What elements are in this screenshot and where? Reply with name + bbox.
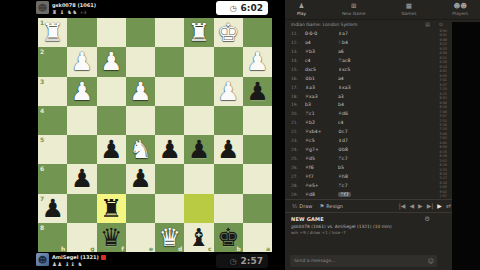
move-row: 26.♕f6b56:283:33	[285, 163, 452, 172]
move-black[interactable]: ♕d6	[338, 111, 382, 116]
square-g1[interactable]	[67, 18, 96, 47]
move-number: 14.	[285, 58, 305, 63]
message-input[interactable]	[290, 258, 428, 263]
move-clock-times: 8:557:41	[439, 74, 452, 83]
piece-h7[interactable]: ♟	[41, 194, 63, 223]
piece-g6[interactable]: ♟	[71, 164, 93, 193]
square-h6[interactable]: 6	[38, 164, 67, 193]
rating-stakes-text: win +9 / draw +1 / lose -7	[291, 230, 346, 235]
square-d5[interactable]: ♟	[155, 135, 184, 164]
square-f8[interactable]: ♛f	[97, 223, 126, 252]
move-white[interactable]: ♕e5+	[305, 183, 338, 188]
bottom-player-name[interactable]: AmiSegel (1321)	[52, 254, 106, 260]
file-label: e	[149, 245, 153, 252]
emoji-icon[interactable]: ☺	[428, 258, 437, 264]
flag-icon: ⚑	[319, 203, 324, 209]
square-f4[interactable]	[97, 106, 126, 135]
square-e4[interactable]	[126, 106, 155, 135]
square-c4[interactable]	[184, 106, 213, 135]
move-number: 18.	[285, 94, 305, 99]
square-c8[interactable]: ♝c	[184, 223, 213, 252]
square-f5[interactable]: ♟	[97, 135, 126, 164]
square-g5[interactable]	[67, 135, 96, 164]
rank-label: 8	[40, 224, 44, 231]
square-f3[interactable]	[97, 77, 126, 106]
move-clock-times: 9:108:02	[439, 65, 452, 74]
rank-label: 1	[40, 19, 44, 26]
move-black[interactable]: b5	[338, 165, 382, 170]
move-white[interactable]: ♕d8	[305, 192, 338, 197]
move-white[interactable]: ♖c1	[305, 111, 338, 116]
new-game-heading: NEW GAME	[291, 216, 324, 222]
bottom-player-avatar[interactable]: ☻	[36, 253, 49, 266]
clock-icon: ◷	[230, 257, 237, 266]
move-number: 17.	[285, 85, 305, 90]
square-c1[interactable]: ♜	[184, 18, 213, 47]
square-a5[interactable]	[243, 135, 272, 164]
move-clock-times: 9:499:12	[439, 38, 452, 47]
square-h7[interactable]: ♟7	[38, 194, 67, 223]
square-h3[interactable]: 3	[38, 77, 67, 106]
piece-e5[interactable]: ♞	[129, 135, 151, 164]
move-clock-times: 7:155:04	[439, 127, 452, 136]
file-label: g	[90, 245, 94, 252]
move-row: 11.0-0-0♗a79:589:41	[285, 29, 452, 38]
square-g3[interactable]: ♟	[67, 77, 96, 106]
piece-f8[interactable]: ♛	[100, 223, 122, 252]
move-black[interactable]: ♖c7	[338, 183, 382, 188]
top-player-avatar[interactable]: ☻	[36, 1, 49, 14]
move-black[interactable]: ♖f7	[338, 192, 382, 197]
square-h1[interactable]: ♜1	[38, 18, 67, 47]
square-c2[interactable]	[184, 47, 213, 76]
piece-d5[interactable]: ♟	[158, 135, 180, 164]
move-row: 21.♕b2c47:315:30	[285, 118, 452, 127]
move-clock-times: 9:589:41	[439, 29, 452, 38]
sidebar-panel: ♟ Play ⊞ New Game ▦ Games ☻☻ Players Ind…	[285, 0, 480, 270]
next-move-button[interactable]: ▶	[418, 203, 423, 209]
bottom-player-bar: ☻ AmiSegel (1321) ♟♟ ♝♝ ♞ ◷ 2:57	[36, 253, 268, 269]
square-c3[interactable]	[184, 77, 213, 106]
move-row: 22.♕xb4+♔c77:155:04	[285, 127, 452, 136]
move-white[interactable]: ♕b2	[305, 120, 338, 125]
move-number: 25.	[285, 156, 305, 161]
move-clock-times: 6:504:15	[439, 145, 452, 154]
square-e2[interactable]	[126, 47, 155, 76]
rank-label: 7	[40, 195, 44, 202]
square-g7[interactable]	[67, 194, 96, 223]
plus-square-icon: ⊞	[351, 3, 356, 10]
piece-a2[interactable]: ♟	[246, 47, 268, 76]
flip-board-button[interactable]: ⇄	[446, 203, 451, 209]
prev-move-button[interactable]: ◀	[409, 203, 414, 209]
material-score: +3	[80, 10, 87, 15]
square-a4[interactable]	[243, 106, 272, 135]
move-row: 28.♕e5+♖c76:103:05	[285, 181, 452, 190]
file-label: c	[208, 245, 212, 252]
square-f6[interactable]	[97, 164, 126, 193]
player-flag-badge	[101, 255, 106, 260]
move-clock-times: 6:393:52	[439, 154, 452, 163]
move-black[interactable]: ♗xc5	[338, 67, 382, 72]
move-black[interactable]: ♖ac8	[338, 58, 382, 63]
file-label: h	[61, 245, 65, 252]
move-clock-times: 7:315:30	[439, 119, 452, 128]
square-g8[interactable]: g	[67, 223, 96, 252]
square-c5[interactable]: ♟	[184, 135, 213, 164]
square-a3[interactable]: ♟	[243, 77, 272, 106]
file-label: f	[121, 245, 124, 252]
tab-new-game[interactable]: ⊞ New Game	[342, 3, 366, 16]
matchup-text: gsk0078 (1061) vs. AmiSegel (1321) (10 m…	[291, 224, 441, 229]
opening-name: Indian Game: London System	[291, 22, 357, 27]
gear-icon[interactable]: ⚙	[424, 215, 430, 223]
square-g2[interactable]: ♟	[67, 47, 96, 76]
move-number: 22.	[285, 129, 305, 134]
move-black[interactable]: a6	[338, 49, 382, 54]
move-white[interactable]: ♔b1	[305, 76, 338, 81]
piece-a3[interactable]: ♟	[246, 77, 268, 106]
square-a1[interactable]	[243, 18, 272, 47]
square-b7[interactable]	[214, 194, 243, 223]
move-black[interactable]: ♖c7	[338, 156, 382, 161]
piece-g2[interactable]: ♟	[71, 47, 93, 76]
move-clock-times: 9:338:54	[439, 47, 452, 56]
piece-f5[interactable]: ♟	[100, 135, 122, 164]
sidebar-tabs: ♟ Play ⊞ New Game ▦ Games ☻☻ Players	[285, 0, 480, 20]
collapse-icon[interactable]: ⊙	[439, 21, 443, 27]
tab-players[interactable]: ☻☻ Players	[452, 3, 468, 16]
top-clock-time: 6:02	[241, 3, 263, 13]
move-number: 21.	[285, 120, 305, 125]
move-white[interactable]: ♗a3	[305, 85, 338, 90]
move-black[interactable]: ♗d7	[338, 138, 382, 143]
bottom-player-clock: ◷ 2:57	[216, 254, 268, 268]
move-black[interactable]: ♗xa3	[338, 85, 382, 90]
move-clock-times: 7:024:41	[439, 136, 452, 145]
move-number: 26.	[285, 165, 305, 170]
avatar-icon: ☻	[38, 255, 47, 265]
piece-b1[interactable]: ♚	[217, 18, 239, 47]
move-white[interactable]: a4	[305, 40, 338, 45]
square-f1[interactable]	[97, 18, 126, 47]
square-d4[interactable]	[155, 106, 184, 135]
move-number: 16.	[285, 76, 305, 81]
move-row: 18.♕xa3a38:216:52	[285, 92, 452, 101]
half-point-icon: ½	[292, 203, 297, 209]
move-row: 25.♕d5♖c76:393:52	[285, 154, 452, 163]
bottom-clock-time: 2:57	[241, 256, 263, 266]
move-number: 12.	[285, 40, 305, 45]
opening-book-icon[interactable]: ▤	[425, 21, 430, 27]
first-move-button[interactable]: |◀	[399, 203, 406, 209]
piece-f7[interactable]: ♜	[100, 194, 122, 223]
clock-icon: ◷	[230, 4, 237, 13]
move-clock-times: 6:022:57	[439, 190, 452, 199]
move-black[interactable]: ♘b4	[338, 40, 382, 45]
square-d1[interactable]	[155, 18, 184, 47]
piece-b3[interactable]: ♟	[217, 77, 239, 106]
move-number: 23.	[285, 138, 305, 143]
move-black[interactable]: ♔c7	[338, 129, 382, 134]
square-b4[interactable]	[214, 106, 243, 135]
piece-c1[interactable]: ♜	[188, 18, 210, 47]
square-a2[interactable]: ♟	[243, 47, 272, 76]
move-white[interactable]: ♕xa3	[305, 94, 338, 99]
square-b2[interactable]	[214, 47, 243, 76]
move-number: 20.	[285, 111, 305, 116]
top-player-name[interactable]: gsk0078 (1061)	[52, 2, 96, 8]
move-black[interactable]: ♔b8	[338, 147, 382, 152]
avatar-icon: ☻	[38, 3, 47, 13]
move-white[interactable]: ♕b3	[305, 49, 338, 54]
file-label: a	[266, 245, 270, 252]
piece-c5[interactable]: ♟	[188, 135, 210, 164]
pawn-icon: ♟	[299, 3, 305, 10]
tab-play[interactable]: ♟ Play	[297, 3, 306, 16]
square-b1[interactable]: ♚	[214, 18, 243, 47]
move-white[interactable]: dxc5	[305, 67, 338, 72]
square-g4[interactable]	[67, 106, 96, 135]
move-black[interactable]: b4	[338, 102, 382, 107]
square-h8[interactable]: 8h	[38, 223, 67, 252]
move-black[interactable]: c4	[338, 120, 382, 125]
move-clock-times: 8:046:20	[439, 101, 452, 110]
square-b6[interactable]	[214, 164, 243, 193]
move-clock-times: 7:485:57	[439, 110, 452, 119]
square-e5[interactable]: ♞	[126, 135, 155, 164]
people-icon: ☻☻	[453, 3, 467, 10]
move-row: 16.♔b1a48:557:41	[285, 74, 452, 83]
move-white[interactable]: b3	[305, 102, 338, 107]
chess-board: ♜1♜♚2♟♟♟3♟♟♟♟45♟♞♟♟♟6♟♟♟7♜8hg♛fe♛d♝c♚ba	[38, 18, 272, 252]
right-letterbox	[452, 22, 480, 270]
bottom-captured-pieces: ♟♟ ♝♝ ♞	[52, 261, 83, 267]
last-move-button[interactable]: ▶|	[427, 203, 434, 209]
square-f2[interactable]: ♟	[97, 47, 126, 76]
square-d3[interactable]	[155, 77, 184, 106]
move-row: 17.♗a3♗xa38:377:15	[285, 83, 452, 92]
move-black[interactable]: a4	[338, 76, 382, 81]
top-player-bar: ☻ gsk0078 (1061) ♜ ♝ ♞♞+3 ◷ 6:02	[36, 1, 268, 17]
move-white[interactable]: ♕f7	[305, 174, 338, 179]
move-white[interactable]: ♕xb4+	[305, 129, 338, 134]
piece-b5[interactable]: ♟	[217, 135, 239, 164]
move-black[interactable]: a3	[338, 94, 382, 99]
app-window: ☻ gsk0078 (1061) ♜ ♝ ♞♞+3 ◷ 6:02 ♜1♜♚2♟♟…	[0, 0, 480, 270]
move-white[interactable]: c4	[305, 58, 338, 63]
square-b3[interactable]: ♟	[214, 77, 243, 106]
square-e6[interactable]: ♟	[126, 164, 155, 193]
move-clock-times: 8:377:15	[439, 83, 452, 92]
move-row: 20.♖c1♕d67:485:57	[285, 109, 452, 118]
square-a7[interactable]	[243, 194, 272, 223]
move-number: 19.	[285, 102, 305, 107]
top-player-clock: ◷ 6:02	[216, 1, 268, 15]
square-d8[interactable]: ♛d	[155, 223, 184, 252]
square-c7[interactable]	[184, 194, 213, 223]
square-h2[interactable]: 2	[38, 47, 67, 76]
game-controls: ½ Draw ⚑ Resign |◀◀▶▶|▶⇄	[285, 199, 455, 213]
move-number: 13.	[285, 49, 305, 54]
square-e1[interactable]	[126, 18, 155, 47]
square-e3[interactable]: ♟	[126, 77, 155, 106]
piece-h1[interactable]: ♜	[41, 18, 63, 47]
square-e8[interactable]: e	[126, 223, 155, 252]
top-captured-pieces: ♜ ♝ ♞♞+3	[52, 9, 86, 15]
move-row: 12.a4♘b49:499:12	[285, 38, 452, 47]
square-h4[interactable]: 4	[38, 106, 67, 135]
square-b8[interactable]: ♚b	[214, 223, 243, 252]
square-a8[interactable]: a	[243, 223, 272, 252]
rank-label: 4	[40, 107, 44, 114]
square-d2[interactable]	[155, 47, 184, 76]
piece-e3[interactable]: ♟	[129, 77, 151, 106]
move-white[interactable]: ♕d5	[305, 156, 338, 161]
file-label: b	[236, 245, 240, 252]
move-white[interactable]: ♕f6	[305, 165, 338, 170]
move-number: 27.	[285, 174, 305, 179]
piece-e6[interactable]: ♟	[129, 164, 151, 193]
move-black[interactable]: ♗a7	[338, 31, 382, 36]
file-label: d	[178, 245, 182, 252]
move-clock-times: 6:103:05	[439, 181, 452, 190]
move-white[interactable]: ♕c5	[305, 138, 338, 143]
move-row: 15.dxc5♗xc59:108:02	[285, 65, 452, 74]
square-c6[interactable]	[184, 164, 213, 193]
rank-label: 2	[40, 48, 44, 55]
move-clock-times: 9:218:30	[439, 56, 452, 65]
move-number: 28.	[285, 183, 305, 188]
piece-c8[interactable]: ♝	[188, 223, 210, 252]
move-row: 27.♕f7♕h86:183:17	[285, 172, 452, 181]
piece-g3[interactable]: ♟	[71, 77, 93, 106]
chat-bar: ☺	[290, 255, 437, 267]
move-white[interactable]: ♕g7+	[305, 147, 338, 152]
opening-row: Indian Game: London System ▤ ⊙	[285, 21, 452, 29]
move-row: 24.♕g7+♔b86:504:15	[285, 145, 452, 154]
rank-label: 3	[40, 78, 44, 85]
rank-label: 5	[40, 136, 44, 143]
square-d6[interactable]	[155, 164, 184, 193]
autoplay-button[interactable]: ▶	[437, 203, 442, 209]
move-number: 11.	[285, 31, 305, 36]
draw-button[interactable]: ½ Draw	[292, 203, 312, 209]
move-row: 29.♕d8♖f76:022:57	[285, 190, 452, 199]
square-b5[interactable]: ♟	[214, 135, 243, 164]
move-list: 11.0-0-0♗a79:589:4112.a4♘b49:499:1213.♕b…	[285, 29, 452, 199]
tab-games[interactable]: ▦ Games	[401, 3, 416, 16]
move-clock-times: 8:216:52	[439, 92, 452, 101]
move-row: 14.c4♖ac89:218:30	[285, 56, 452, 65]
move-row: 13.♕b3a69:338:54	[285, 47, 452, 56]
move-nav: |◀◀▶▶|▶⇄	[399, 203, 455, 209]
move-black[interactable]: ♕h8	[338, 174, 382, 179]
move-clock-times: 6:283:33	[439, 163, 452, 172]
move-row: 19.b3b48:046:20	[285, 101, 452, 110]
piece-f2[interactable]: ♟	[100, 47, 122, 76]
rank-label: 6	[40, 165, 44, 172]
move-number: 24.	[285, 147, 305, 152]
square-d7[interactable]	[155, 194, 184, 223]
square-f7[interactable]: ♜	[97, 194, 126, 223]
move-row: 23.♕c5♗d77:024:41	[285, 136, 452, 145]
move-clock-times: 6:183:17	[439, 172, 452, 181]
move-number: 15.	[285, 67, 305, 72]
square-a6[interactable]	[243, 164, 272, 193]
move-white[interactable]: 0-0-0	[305, 31, 338, 36]
grid-icon: ▦	[406, 3, 412, 10]
square-h5[interactable]: 5	[38, 135, 67, 164]
resign-button[interactable]: ⚑ Resign	[319, 203, 343, 209]
square-e7[interactable]	[126, 194, 155, 223]
move-number: 29.	[285, 192, 305, 197]
square-g6[interactable]: ♟	[67, 164, 96, 193]
